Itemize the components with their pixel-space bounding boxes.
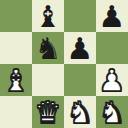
board-square[interactable]: ♛ [32, 96, 64, 128]
chess-board: ♝♟♞♟♝♟♛♞♞ [0, 0, 128, 128]
white-knight-piece[interactable]: ♞ [99, 97, 126, 128]
board-square[interactable]: ♟ [96, 0, 128, 32]
black-bishop-piece[interactable]: ♝ [35, 1, 62, 32]
board-square[interactable]: ♟ [96, 64, 128, 96]
board-square[interactable] [0, 0, 32, 32]
white-knight-piece[interactable]: ♞ [67, 97, 94, 128]
board-square[interactable] [64, 0, 96, 32]
board-square[interactable]: ♞ [96, 96, 128, 128]
board-square[interactable]: ♝ [32, 0, 64, 32]
board-square[interactable] [0, 32, 32, 64]
black-knight-piece[interactable]: ♞ [35, 33, 62, 64]
white-queen-piece[interactable]: ♛ [35, 97, 62, 128]
white-pawn-piece[interactable]: ♟ [99, 65, 126, 96]
board-square[interactable] [0, 96, 32, 128]
board-square[interactable]: ♞ [32, 32, 64, 64]
board-square[interactable]: ♟ [64, 32, 96, 64]
board-square[interactable] [32, 64, 64, 96]
black-pawn-piece[interactable]: ♟ [67, 33, 94, 64]
board-square[interactable]: ♝ [0, 64, 32, 96]
board-square[interactable]: ♞ [64, 96, 96, 128]
board-square[interactable] [64, 64, 96, 96]
white-bishop-piece[interactable]: ♝ [3, 65, 30, 96]
black-pawn-piece[interactable]: ♟ [99, 1, 126, 32]
board-square[interactable] [96, 32, 128, 64]
